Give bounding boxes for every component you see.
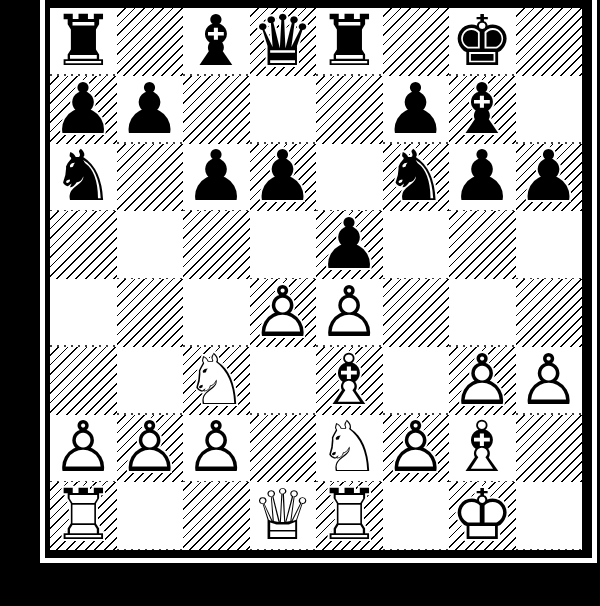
black-king-icon: ♚ xyxy=(449,8,516,76)
white-pawn-icon: ♙ xyxy=(183,415,250,483)
piece-white-queen-d1[interactable]: ♛♕ xyxy=(250,482,317,550)
piece-black-bishop-g7[interactable]: ♝♝ xyxy=(449,76,516,144)
piece-white-rook-e1[interactable]: ♜♖ xyxy=(316,482,383,550)
piece-white-rook-a1[interactable]: ♜♖ xyxy=(50,482,117,550)
square-a4[interactable] xyxy=(50,279,117,347)
square-a7[interactable]: ♟♟ xyxy=(50,76,117,144)
diagram-sheet: ♜♜♝♝♛♛♜♜♚♚♟♟♟♟♟♟♝♝♞♞♟♟♟♟♞♞♟♟♟♟♟♟♟♙♟♙♞♘♝♗… xyxy=(40,0,597,563)
piece-white-pawn-d4[interactable]: ♟♙ xyxy=(250,279,317,347)
square-e7[interactable] xyxy=(316,76,383,144)
square-f1[interactable] xyxy=(383,482,450,550)
black-pawn-icon: ♟ xyxy=(516,144,583,212)
white-rook-icon: ♖ xyxy=(316,482,383,550)
square-c4[interactable] xyxy=(183,279,250,347)
black-queen-icon: ♛ xyxy=(250,8,317,76)
white-knight-icon: ♘ xyxy=(316,415,383,483)
piece-white-pawn-b2[interactable]: ♟♙ xyxy=(117,415,184,483)
square-h6[interactable]: ♟♟ xyxy=(516,144,583,212)
black-knight-icon: ♞ xyxy=(383,144,450,212)
square-h7[interactable] xyxy=(516,76,583,144)
square-d4[interactable]: ♟♙ xyxy=(250,279,317,347)
square-h3[interactable]: ♟♙ xyxy=(516,347,583,415)
black-pawn-icon: ♟ xyxy=(316,211,383,279)
white-bishop-icon: ♗ xyxy=(316,347,383,415)
square-h5[interactable] xyxy=(516,211,583,279)
chessboard: ♜♜♝♝♛♛♜♜♚♚♟♟♟♟♟♟♝♝♞♞♟♟♟♟♞♞♟♟♟♟♟♟♟♙♟♙♞♘♝♗… xyxy=(50,8,582,550)
piece-black-pawn-e5[interactable]: ♟♟ xyxy=(316,211,383,279)
white-pawn-icon: ♙ xyxy=(117,415,184,483)
square-a2[interactable]: ♟♙ xyxy=(50,415,117,483)
black-bishop-icon: ♝ xyxy=(449,76,516,144)
square-a6[interactable]: ♞♞ xyxy=(50,144,117,212)
square-d1[interactable]: ♛♕ xyxy=(250,482,317,550)
black-pawn-icon: ♟ xyxy=(383,76,450,144)
square-e6[interactable] xyxy=(316,144,383,212)
square-g7[interactable]: ♝♝ xyxy=(449,76,516,144)
white-king-icon: ♔ xyxy=(449,482,516,550)
square-b3[interactable] xyxy=(117,347,184,415)
square-f3[interactable] xyxy=(383,347,450,415)
square-a5[interactable] xyxy=(50,211,117,279)
piece-black-knight-f6[interactable]: ♞♞ xyxy=(383,144,450,212)
black-pawn-icon: ♟ xyxy=(50,76,117,144)
square-g5[interactable] xyxy=(449,211,516,279)
white-pawn-icon: ♙ xyxy=(516,347,583,415)
piece-black-pawn-c6[interactable]: ♟♟ xyxy=(183,144,250,212)
white-knight-icon: ♘ xyxy=(183,347,250,415)
piece-black-pawn-b7[interactable]: ♟♟ xyxy=(117,76,184,144)
white-bishop-icon: ♗ xyxy=(449,415,516,483)
square-d8[interactable]: ♛♛ xyxy=(250,8,317,76)
square-f2[interactable]: ♟♙ xyxy=(383,415,450,483)
square-g4[interactable] xyxy=(449,279,516,347)
square-h8[interactable] xyxy=(516,8,583,76)
white-queen-icon: ♕ xyxy=(250,482,317,550)
square-b4[interactable] xyxy=(117,279,184,347)
square-f5[interactable] xyxy=(383,211,450,279)
black-knight-icon: ♞ xyxy=(50,144,117,212)
square-e3[interactable]: ♝♗ xyxy=(316,347,383,415)
board-frame: ♜♜♝♝♛♛♜♜♚♚♟♟♟♟♟♟♝♝♞♞♟♟♟♟♞♞♟♟♟♟♟♟♟♙♟♙♞♘♝♗… xyxy=(45,0,592,558)
piece-white-knight-e2[interactable]: ♞♘ xyxy=(316,415,383,483)
square-c3[interactable]: ♞♘ xyxy=(183,347,250,415)
piece-white-bishop-e3[interactable]: ♝♗ xyxy=(316,347,383,415)
square-g8[interactable]: ♚♚ xyxy=(449,8,516,76)
piece-black-rook-e8[interactable]: ♜♜ xyxy=(316,8,383,76)
square-b7[interactable]: ♟♟ xyxy=(117,76,184,144)
square-b1[interactable] xyxy=(117,482,184,550)
piece-black-pawn-h6[interactable]: ♟♟ xyxy=(516,144,583,212)
square-d3[interactable] xyxy=(250,347,317,415)
square-c8[interactable]: ♝♝ xyxy=(183,8,250,76)
square-d6[interactable]: ♟♟ xyxy=(250,144,317,212)
piece-white-king-g1[interactable]: ♚♔ xyxy=(449,482,516,550)
square-a1[interactable]: ♜♖ xyxy=(50,482,117,550)
square-g1[interactable]: ♚♔ xyxy=(449,482,516,550)
square-g6[interactable]: ♟♟ xyxy=(449,144,516,212)
piece-white-pawn-a2[interactable]: ♟♙ xyxy=(50,415,117,483)
white-pawn-icon: ♙ xyxy=(250,279,317,347)
black-bishop-icon: ♝ xyxy=(183,8,250,76)
square-e2[interactable]: ♞♘ xyxy=(316,415,383,483)
white-rook-icon: ♖ xyxy=(50,482,117,550)
square-h1[interactable] xyxy=(516,482,583,550)
piece-black-knight-a6[interactable]: ♞♞ xyxy=(50,144,117,212)
piece-white-pawn-c2[interactable]: ♟♙ xyxy=(183,415,250,483)
square-c5[interactable] xyxy=(183,211,250,279)
square-b2[interactable]: ♟♙ xyxy=(117,415,184,483)
square-f7[interactable]: ♟♟ xyxy=(383,76,450,144)
square-c7[interactable] xyxy=(183,76,250,144)
square-g3[interactable]: ♟♙ xyxy=(449,347,516,415)
square-d2[interactable] xyxy=(250,415,317,483)
square-f6[interactable]: ♞♞ xyxy=(383,144,450,212)
piece-black-rook-a8[interactable]: ♜♜ xyxy=(50,8,117,76)
piece-black-pawn-f7[interactable]: ♟♟ xyxy=(383,76,450,144)
square-b6[interactable] xyxy=(117,144,184,212)
white-pawn-icon: ♙ xyxy=(50,415,117,483)
square-f8[interactable] xyxy=(383,8,450,76)
square-c1[interactable] xyxy=(183,482,250,550)
black-pawn-icon: ♟ xyxy=(117,76,184,144)
black-rook-icon: ♜ xyxy=(316,8,383,76)
square-d5[interactable] xyxy=(250,211,317,279)
piece-black-king-g8[interactable]: ♚♚ xyxy=(449,8,516,76)
square-g2[interactable]: ♝♗ xyxy=(449,415,516,483)
piece-black-pawn-g6[interactable]: ♟♟ xyxy=(449,144,516,212)
square-b8[interactable] xyxy=(117,8,184,76)
piece-white-pawn-h3[interactable]: ♟♙ xyxy=(516,347,583,415)
square-h4[interactable] xyxy=(516,279,583,347)
square-c2[interactable]: ♟♙ xyxy=(183,415,250,483)
square-a8[interactable]: ♜♜ xyxy=(50,8,117,76)
black-pawn-icon: ♟ xyxy=(183,144,250,212)
piece-white-pawn-g3[interactable]: ♟♙ xyxy=(449,347,516,415)
white-pawn-icon: ♙ xyxy=(316,279,383,347)
black-rook-icon: ♜ xyxy=(50,8,117,76)
piece-black-bishop-c8[interactable]: ♝♝ xyxy=(183,8,250,76)
square-e8[interactable]: ♜♜ xyxy=(316,8,383,76)
piece-white-pawn-e4[interactable]: ♟♙ xyxy=(316,279,383,347)
square-h2[interactable] xyxy=(516,415,583,483)
piece-black-queen-d8[interactable]: ♛♛ xyxy=(250,8,317,76)
piece-black-pawn-a7[interactable]: ♟♟ xyxy=(50,76,117,144)
white-pawn-icon: ♙ xyxy=(449,347,516,415)
piece-white-knight-c3[interactable]: ♞♘ xyxy=(183,347,250,415)
square-d7[interactable] xyxy=(250,76,317,144)
square-e4[interactable]: ♟♙ xyxy=(316,279,383,347)
square-b5[interactable] xyxy=(117,211,184,279)
piece-white-bishop-g2[interactable]: ♝♗ xyxy=(449,415,516,483)
square-e5[interactable]: ♟♟ xyxy=(316,211,383,279)
piece-black-pawn-d6[interactable]: ♟♟ xyxy=(250,144,317,212)
black-pawn-icon: ♟ xyxy=(449,144,516,212)
piece-white-pawn-f2[interactable]: ♟♙ xyxy=(383,415,450,483)
square-f4[interactable] xyxy=(383,279,450,347)
black-pawn-icon: ♟ xyxy=(250,144,317,212)
square-e1[interactable]: ♜♖ xyxy=(316,482,383,550)
white-pawn-icon: ♙ xyxy=(383,415,450,483)
square-a3[interactable] xyxy=(50,347,117,415)
square-c6[interactable]: ♟♟ xyxy=(183,144,250,212)
